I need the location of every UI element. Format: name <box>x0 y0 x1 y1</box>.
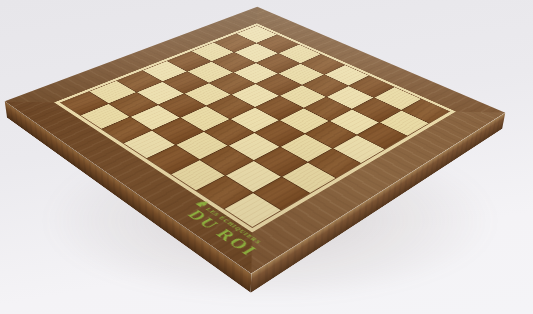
square-g1 <box>197 176 252 208</box>
square-h2 <box>254 177 309 209</box>
knight-horse-icon: ♞ <box>193 198 211 209</box>
square-h1 <box>224 193 281 227</box>
square-e1 <box>147 145 199 174</box>
frame-band-near-left <box>5 90 285 274</box>
square-f1 <box>171 160 225 190</box>
square-h3 <box>282 162 336 193</box>
square-b1 <box>81 104 129 129</box>
perspective-wrapper: ♞ LES ÉCHIQUIERS DU ROI <box>0 0 533 314</box>
square-h7 <box>380 111 428 136</box>
board-top-surface: ♞ LES ÉCHIQUIERS DU ROI <box>5 7 506 274</box>
square-d1 <box>124 131 175 158</box>
square-e3 <box>204 119 254 145</box>
square-e2 <box>176 132 227 159</box>
square-h4 <box>308 148 360 177</box>
square-g5 <box>306 121 356 147</box>
brand-name-small: LES ÉCHIQUIERS <box>204 207 263 246</box>
frame-band-far-right <box>219 100 505 274</box>
square-f5 <box>280 108 328 133</box>
square-f2 <box>201 146 253 175</box>
square-g2 <box>227 161 281 192</box>
square-g4 <box>281 134 332 162</box>
square-g6 <box>330 110 378 135</box>
square-f3 <box>229 133 280 160</box>
square-c1 <box>102 117 152 143</box>
photo-canvas: ♞ LES ÉCHIQUIERS DU ROI <box>0 0 533 314</box>
square-g3 <box>255 147 307 176</box>
square-f4 <box>255 120 305 146</box>
square-c2 <box>131 105 179 130</box>
square-e4 <box>231 107 279 132</box>
square-h6 <box>357 123 407 149</box>
square-d2 <box>153 118 203 144</box>
chessboard: ♞ LES ÉCHIQUIERS DU ROI <box>5 7 506 274</box>
square-h5 <box>333 135 384 163</box>
square-d3 <box>181 106 229 131</box>
